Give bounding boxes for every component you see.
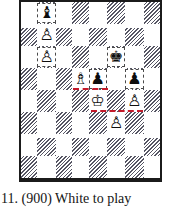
- square-e1: [89, 156, 107, 178]
- square-d5: ♗: [72, 68, 88, 90]
- square-a4: [21, 90, 37, 112]
- black-king-f6: ♚: [107, 47, 125, 67]
- white-bishop-d5: ♗: [73, 70, 87, 88]
- square-d4: [72, 90, 88, 112]
- square-e8: [89, 2, 107, 24]
- square-a1: [21, 156, 37, 178]
- black-pawn-g5: ♟: [125, 69, 143, 89]
- square-c4: [56, 90, 72, 112]
- square-f5: [107, 68, 125, 90]
- square-b3: [37, 112, 55, 134]
- square-g3: [125, 112, 143, 134]
- square-c1: [56, 156, 72, 178]
- square-h3: [144, 112, 160, 134]
- square-b5: [37, 68, 55, 90]
- square-g5: ♟: [125, 68, 143, 90]
- square-h4: [144, 90, 160, 112]
- square-b6: ♙: [37, 46, 55, 68]
- square-c6: [56, 46, 72, 68]
- square-c5: [56, 68, 72, 90]
- square-f3: ♙: [107, 112, 125, 134]
- square-g6: [125, 46, 143, 68]
- square-h6: [144, 46, 160, 68]
- red-squiggle-annotation: [91, 110, 143, 112]
- white-king-e4: ♔: [91, 92, 105, 110]
- square-c8: [56, 2, 72, 24]
- square-a6: [21, 46, 37, 68]
- white-pawn-f3: ♙: [109, 114, 123, 132]
- square-e6: [89, 46, 107, 68]
- square-d1: [72, 156, 88, 178]
- square-c3: [56, 112, 72, 134]
- white-pawn-b6: ♙: [37, 47, 55, 67]
- square-h5: [144, 68, 160, 90]
- square-e4: ♔: [89, 90, 107, 112]
- black-pawn-e5: ♟: [89, 69, 107, 89]
- square-f8: [107, 2, 125, 24]
- square-b4: [37, 90, 55, 112]
- square-f4: [107, 90, 125, 112]
- chess-board: ♝♙♙♚♗♟♟♔♙♙: [19, 0, 162, 182]
- square-d3: [72, 112, 88, 134]
- square-g1: [125, 156, 143, 178]
- square-d8: [72, 2, 88, 24]
- square-a5: [21, 68, 37, 90]
- black-bishop-b8: ♝: [37, 3, 55, 23]
- square-f6: ♚: [107, 46, 125, 68]
- square-e5: ♟: [89, 68, 107, 90]
- white-pawn-g4: ♙: [127, 92, 141, 110]
- square-b1: [37, 156, 55, 178]
- square-h8: [144, 2, 160, 24]
- square-a8: [21, 2, 37, 24]
- square-b7: ♙: [37, 24, 55, 46]
- square-g4: ♙: [125, 90, 143, 112]
- scanned-page: ♝♙♙♚♗♟♟♔♙♙ 11. (900) White to play: [0, 0, 177, 218]
- scan-gap-artifact: [21, 134, 160, 138]
- white-pawn-b7: ♙: [39, 26, 53, 44]
- red-squiggle-annotation: [73, 88, 108, 90]
- square-b8: ♝: [37, 2, 55, 24]
- puzzle-caption: 11. (900) White to play: [1, 191, 176, 207]
- square-a3: [21, 112, 37, 134]
- square-h1: [144, 156, 160, 178]
- square-d6: [72, 46, 88, 68]
- square-g8: [125, 2, 143, 24]
- square-e3: [89, 112, 107, 134]
- square-f1: [107, 156, 125, 178]
